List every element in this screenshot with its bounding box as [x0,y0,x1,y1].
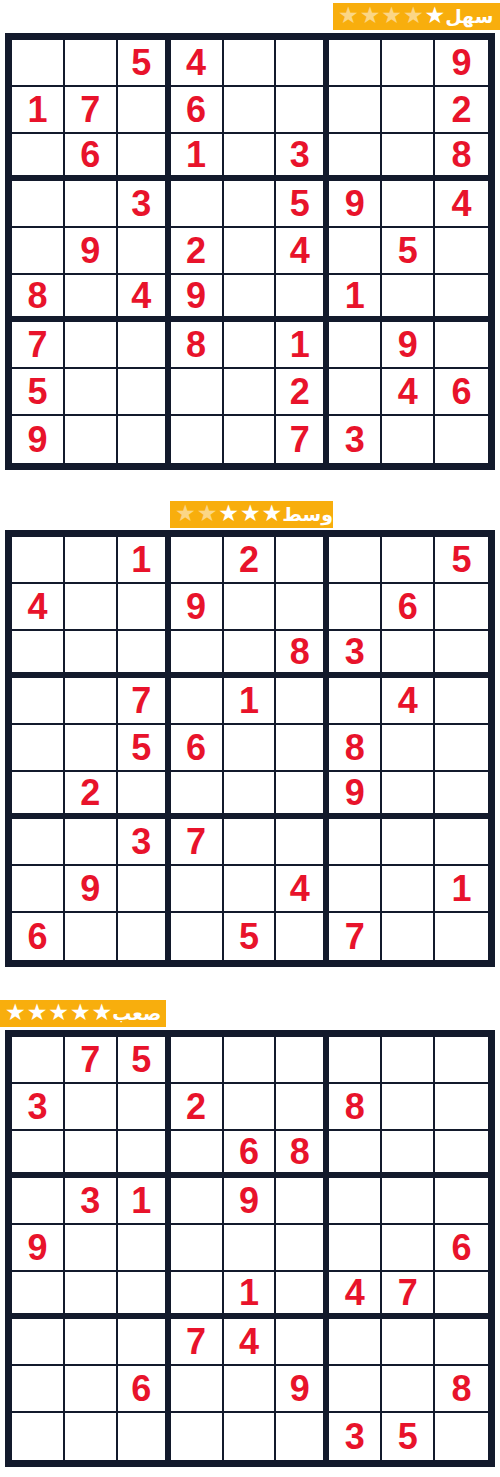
sudoku-cell-r2c9[interactable]: 2 [435,87,488,134]
sudoku-cell-r7c3[interactable] [118,322,171,369]
sudoku-cell-r3c2[interactable]: 6 [65,134,118,181]
sudoku-cell-r3c8[interactable] [382,631,435,678]
star-filled-icon: ★ [218,502,239,525]
sudoku-cell-r2c2[interactable] [65,584,118,631]
sudoku-cell-r9c8[interactable] [382,913,435,960]
sudoku-cell-r5c3[interactable]: 5 [118,725,171,772]
sudoku-cell-r2c6[interactable] [276,584,329,631]
sudoku-cell-r5c7[interactable]: 8 [329,725,382,772]
star-empty-icon: ★ [403,4,424,27]
star-filled-icon: ★ [240,502,261,525]
sudoku-cell-r5c3[interactable] [118,1225,171,1272]
sudoku-cell-r6c5[interactable] [224,772,277,819]
sudoku-cell-r2c8[interactable]: 6 [382,584,435,631]
sudoku-cell-r4c5[interactable]: 9 [224,1178,277,1225]
sudoku-cell-r6c6[interactable] [276,275,329,322]
sudoku-cell-r4c5[interactable]: 1 [224,678,277,725]
sudoku-cell-r9c9[interactable] [435,1413,488,1460]
sudoku-cell-r1c1[interactable] [12,40,65,87]
sudoku-cell-r7c4[interactable]: 8 [171,322,224,369]
sudoku-cell-r3c4[interactable]: 1 [171,134,224,181]
sudoku-cell-r9c5[interactable]: 5 [224,913,277,960]
sudoku-cell-r5c4[interactable]: 6 [171,725,224,772]
sudoku-cell-r2c4[interactable]: 9 [171,584,224,631]
sudoku-cell-r4c2[interactable] [65,678,118,725]
star-empty-icon: ★ [175,502,196,525]
sudoku-cell-r6c7[interactable]: 1 [329,275,382,322]
sudoku-cell-r9c6[interactable] [276,913,329,960]
sudoku-cell-r7c1[interactable] [12,819,65,866]
sudoku-cell-r5c1[interactable]: 9 [12,1225,65,1272]
sudoku-cell-r3c1[interactable] [12,631,65,678]
sudoku-cell-r6c1[interactable] [12,772,65,819]
sudoku-cell-r6c6[interactable] [276,772,329,819]
sudoku-cell-r5c2[interactable] [65,725,118,772]
sudoku-cell-r9c6[interactable] [276,1413,329,1460]
sudoku-cell-r8c8[interactable]: 4 [382,369,435,416]
sudoku-cell-r5c8[interactable] [382,725,435,772]
star-filled-icon: ★ [425,4,446,27]
sudoku-cell-r1c3[interactable]: 1 [118,537,171,584]
sudoku-cell-r2c6[interactable] [276,87,329,134]
sudoku-cell-r2c5[interactable] [224,87,277,134]
sudoku-cell-r8c6[interactable]: 2 [276,369,329,416]
sudoku-cell-r3c1[interactable] [12,1131,65,1178]
sudoku-cell-r5c1[interactable] [12,228,65,275]
difficulty-banner-hard: ★★★★★ صعب [0,1000,166,1027]
sudoku-cell-r9c2[interactable] [65,416,118,463]
star-empty-icon: ★ [381,4,402,27]
sudoku-cell-r8c5[interactable] [224,1366,277,1413]
sudoku-cell-r5c6[interactable] [276,1225,329,1272]
star-filled-icon: ★ [92,1001,113,1024]
sudoku-cell-r1c5[interactable] [224,1037,277,1084]
difficulty-banner-easy: ★★★★★ سهل [333,3,500,30]
sudoku-cell-r9c8[interactable]: 5 [382,1413,435,1460]
sudoku-cell-r2c1[interactable]: 3 [12,1084,65,1131]
sudoku-cell-r8c9[interactable]: 8 [435,1366,488,1413]
sudoku-cell-r8c5[interactable] [224,866,277,913]
sudoku-cell-r8c2[interactable] [65,1366,118,1413]
sudoku-cell-r6c4[interactable] [171,1272,224,1319]
sudoku-cell-r6c4[interactable] [171,772,224,819]
sudoku-cell-r3c7[interactable]: 3 [329,631,382,678]
sudoku-cell-r3c3[interactable] [118,631,171,678]
sudoku-cell-r2c9[interactable] [435,584,488,631]
sudoku-cell-r2c5[interactable] [224,584,277,631]
sudoku-cell-r1c6[interactable] [276,537,329,584]
sudoku-cell-r7c4[interactable]: 7 [171,819,224,866]
sudoku-cell-r5c7[interactable] [329,228,382,275]
star-empty-icon: ★ [360,4,381,27]
sudoku-cell-r1c3[interactable]: 5 [118,1037,171,1084]
sudoku-cell-r1c6[interactable] [276,1037,329,1084]
sudoku-cell-r6c1[interactable] [12,1272,65,1319]
sudoku-cell-r9c9[interactable] [435,913,488,960]
sudoku-cell-r6c3[interactable] [118,772,171,819]
sudoku-cell-r1c3[interactable]: 5 [118,40,171,87]
sudoku-cell-r3c3[interactable] [118,1131,171,1178]
sudoku-cell-r9c6[interactable]: 7 [276,416,329,463]
sudoku-cell-r1c8[interactable] [382,40,435,87]
sudoku-cell-r5c8[interactable] [382,1225,435,1272]
sudoku-cell-r3c4[interactable] [171,631,224,678]
sudoku-cell-r7c8[interactable] [382,1319,435,1366]
sudoku-cell-r3c6[interactable]: 3 [276,134,329,181]
sudoku-cell-r7c2[interactable] [65,1319,118,1366]
star-rating: ★★★★★ [175,503,282,526]
difficulty-label: وسط [282,505,333,524]
sudoku-cell-r7c8[interactable] [382,819,435,866]
sudoku-cell-r2c7[interactable] [329,87,382,134]
sudoku-cell-r5c5[interactable] [224,725,277,772]
star-filled-icon: ★ [27,1001,48,1024]
sudoku-cell-r3c9[interactable] [435,631,488,678]
sudoku-cell-r3c7[interactable] [329,1131,382,1178]
sudoku-cell-r7c9[interactable] [435,322,488,369]
sudoku-grid-easy: 5491762613835949245849178195246973 [5,33,495,470]
sudoku-cell-r4c9[interactable] [435,1178,488,1225]
sudoku-cell-r7c6[interactable] [276,819,329,866]
sudoku-cell-r6c9[interactable] [435,1272,488,1319]
sudoku-cell-r9c2[interactable] [65,1413,118,1460]
sudoku-cell-r8c1[interactable] [12,1366,65,1413]
sudoku-cell-r8c6[interactable]: 4 [276,866,329,913]
sudoku-cell-r4c6[interactable] [276,678,329,725]
star-filled-icon: ★ [70,1001,91,1024]
sudoku-cell-r6c3[interactable]: 4 [118,275,171,322]
sudoku-cell-r3c7[interactable] [329,134,382,181]
sudoku-cell-r1c8[interactable] [382,537,435,584]
sudoku-cell-r9c1[interactable]: 9 [12,416,65,463]
sudoku-cell-r9c7[interactable]: 3 [329,416,382,463]
sudoku-cell-r5c5[interactable] [224,228,277,275]
sudoku-sheet: ★★★★★ سهل 549176261383594924584917819524… [0,0,500,1477]
sudoku-cell-r8c9[interactable]: 6 [435,369,488,416]
sudoku-cell-r9c5[interactable] [224,416,277,463]
sudoku-cell-r2c7[interactable]: 8 [329,1084,382,1131]
sudoku-cell-r3c6[interactable]: 8 [276,631,329,678]
sudoku-cell-r1c4[interactable] [171,537,224,584]
sudoku-cell-r6c8[interactable]: 7 [382,1272,435,1319]
difficulty-banner-medium: ★★★★★ وسط [170,501,333,528]
sudoku-cell-r6c9[interactable] [435,275,488,322]
sudoku-cell-r9c8[interactable] [382,416,435,463]
sudoku-cell-r8c5[interactable] [224,369,277,416]
sudoku-cell-r8c6[interactable]: 9 [276,1366,329,1413]
sudoku-cell-r2c5[interactable] [224,1084,277,1131]
sudoku-cell-r5c9[interactable] [435,725,488,772]
sudoku-cell-r4c8[interactable]: 4 [382,678,435,725]
sudoku-cell-r2c3[interactable] [118,87,171,134]
sudoku-cell-r1c1[interactable] [12,537,65,584]
sudoku-grid-hard: 7532868319961477469835 [5,1030,495,1467]
sudoku-grid-medium: 125496837145682937941657 [5,530,495,967]
difficulty-label: صعب [112,1004,161,1023]
sudoku-cell-r8c7[interactable] [329,369,382,416]
sudoku-cell-r5c6[interactable] [276,725,329,772]
sudoku-cell-r6c8[interactable] [382,772,435,819]
star-empty-icon: ★ [197,502,218,525]
sudoku-cell-r1c7[interactable] [329,537,382,584]
sudoku-cell-r6c5[interactable]: 1 [224,1272,277,1319]
sudoku-cell-r4c4[interactable] [171,181,224,228]
sudoku-cell-r4c4[interactable] [171,678,224,725]
sudoku-cell-r1c2[interactable]: 7 [65,1037,118,1084]
sudoku-cell-r9c1[interactable] [12,1413,65,1460]
sudoku-cell-r4c2[interactable]: 3 [65,1178,118,1225]
sudoku-cell-r4c9[interactable]: 4 [435,181,488,228]
sudoku-cell-r4c1[interactable] [12,1178,65,1225]
sudoku-cell-r7c6[interactable]: 1 [276,322,329,369]
sudoku-cell-r2c7[interactable] [329,584,382,631]
sudoku-cell-r4c6[interactable] [276,1178,329,1225]
sudoku-cell-r8c3[interactable]: 6 [118,1366,171,1413]
sudoku-cell-r7c7[interactable] [329,322,382,369]
sudoku-cell-r3c5[interactable]: 6 [224,1131,277,1178]
sudoku-cell-r8c1[interactable]: 5 [12,369,65,416]
sudoku-cell-r1c9[interactable]: 9 [435,40,488,87]
sudoku-cell-r6c1[interactable]: 8 [12,275,65,322]
star-rating: ★★★★★ [338,5,445,28]
sudoku-cell-r5c5[interactable] [224,1225,277,1272]
sudoku-cell-r3c8[interactable] [382,1131,435,1178]
sudoku-cell-r4c9[interactable] [435,678,488,725]
sudoku-cell-r5c7[interactable] [329,1225,382,1272]
sudoku-cell-r7c2[interactable] [65,819,118,866]
star-filled-icon: ★ [262,502,283,525]
sudoku-cell-r8c2[interactable]: 9 [65,866,118,913]
sudoku-cell-r6c4[interactable]: 9 [171,275,224,322]
sudoku-cell-r4c7[interactable] [329,678,382,725]
sudoku-cell-r4c2[interactable] [65,181,118,228]
sudoku-cell-r6c9[interactable] [435,772,488,819]
sudoku-cell-r2c1[interactable]: 4 [12,584,65,631]
sudoku-cell-r4c3[interactable]: 1 [118,1178,171,1225]
sudoku-cell-r6c2[interactable]: 2 [65,772,118,819]
sudoku-cell-r4c6[interactable]: 5 [276,181,329,228]
sudoku-cell-r5c4[interactable]: 2 [171,228,224,275]
sudoku-cell-r3c3[interactable] [118,134,171,181]
sudoku-cell-r2c6[interactable] [276,1084,329,1131]
sudoku-cell-r6c6[interactable] [276,1272,329,1319]
sudoku-cell-r3c2[interactable] [65,631,118,678]
sudoku-cell-r3c5[interactable] [224,134,277,181]
sudoku-cell-r2c1[interactable]: 1 [12,87,65,134]
sudoku-cell-r7c5[interactable] [224,322,277,369]
sudoku-cell-r3c9[interactable] [435,1131,488,1178]
sudoku-cell-r1c9[interactable] [435,1037,488,1084]
sudoku-cell-r8c3[interactable] [118,369,171,416]
sudoku-cell-r7c1[interactable]: 7 [12,322,65,369]
sudoku-cell-r3c2[interactable] [65,1131,118,1178]
sudoku-cell-r7c3[interactable]: 3 [118,819,171,866]
sudoku-cell-r5c2[interactable] [65,1225,118,1272]
sudoku-cell-r6c3[interactable] [118,1272,171,1319]
sudoku-cell-r4c7[interactable]: 9 [329,181,382,228]
sudoku-cell-r1c4[interactable] [171,1037,224,1084]
sudoku-cell-r5c6[interactable]: 4 [276,228,329,275]
sudoku-cell-r7c2[interactable] [65,322,118,369]
sudoku-cell-r2c2[interactable] [65,1084,118,1131]
sudoku-cell-r4c7[interactable] [329,1178,382,1225]
sudoku-cell-r6c7[interactable]: 4 [329,1272,382,1319]
sudoku-cell-r7c7[interactable] [329,1319,382,1366]
sudoku-cell-r6c2[interactable] [65,1272,118,1319]
sudoku-cell-r3c4[interactable] [171,1131,224,1178]
sudoku-cell-r6c5[interactable] [224,275,277,322]
sudoku-cell-r1c2[interactable] [65,537,118,584]
sudoku-cell-r7c7[interactable] [329,819,382,866]
difficulty-label: سهل [445,7,493,26]
sudoku-cell-r3c5[interactable] [224,631,277,678]
sudoku-cell-r7c1[interactable] [12,1319,65,1366]
sudoku-cell-r4c1[interactable] [12,678,65,725]
sudoku-cell-r5c2[interactable]: 9 [65,228,118,275]
sudoku-cell-r2c4[interactable]: 2 [171,1084,224,1131]
sudoku-cell-r9c4[interactable] [171,913,224,960]
sudoku-cell-r3c9[interactable]: 8 [435,134,488,181]
sudoku-cell-r1c6[interactable] [276,40,329,87]
sudoku-cell-r5c1[interactable] [12,725,65,772]
sudoku-cell-r7c9[interactable] [435,1319,488,1366]
sudoku-cell-r5c4[interactable] [171,1225,224,1272]
star-rating: ★★★★★ [5,1002,112,1025]
sudoku-cell-r7c5[interactable]: 4 [224,1319,277,1366]
sudoku-cell-r6c8[interactable] [382,275,435,322]
sudoku-cell-r9c3[interactable] [118,1413,171,1460]
sudoku-cell-r4c3[interactable]: 7 [118,678,171,725]
sudoku-cell-r9c4[interactable] [171,1413,224,1460]
sudoku-cell-r6c7[interactable]: 9 [329,772,382,819]
sudoku-cell-r2c8[interactable] [382,87,435,134]
sudoku-cell-r2c9[interactable] [435,1084,488,1131]
sudoku-cell-r9c7[interactable]: 7 [329,913,382,960]
sudoku-cell-r7c3[interactable] [118,1319,171,1366]
sudoku-cell-r1c4[interactable]: 4 [171,40,224,87]
sudoku-cell-r8c4[interactable] [171,1366,224,1413]
sudoku-cell-r3c6[interactable]: 8 [276,1131,329,1178]
sudoku-cell-r9c9[interactable] [435,416,488,463]
sudoku-cell-r9c3[interactable] [118,913,171,960]
sudoku-cell-r8c4[interactable] [171,369,224,416]
sudoku-cell-r7c4[interactable]: 7 [171,1319,224,1366]
sudoku-cell-r3c1[interactable] [12,134,65,181]
sudoku-cell-r4c8[interactable] [382,181,435,228]
sudoku-cell-r8c4[interactable] [171,866,224,913]
sudoku-cell-r9c2[interactable] [65,913,118,960]
sudoku-cell-r8c8[interactable] [382,866,435,913]
sudoku-cell-r4c5[interactable] [224,181,277,228]
sudoku-cell-r7c5[interactable] [224,819,277,866]
sudoku-cell-r3c8[interactable] [382,134,435,181]
star-filled-icon: ★ [5,1001,26,1024]
sudoku-cell-r8c7[interactable] [329,1366,382,1413]
sudoku-cell-r1c7[interactable] [329,1037,382,1084]
sudoku-cell-r4c1[interactable] [12,181,65,228]
sudoku-cell-r8c3[interactable] [118,866,171,913]
sudoku-cell-r5c9[interactable] [435,228,488,275]
sudoku-cell-r5c9[interactable]: 6 [435,1225,488,1272]
sudoku-cell-r1c5[interactable] [224,40,277,87]
sudoku-cell-r2c3[interactable] [118,1084,171,1131]
sudoku-cell-r8c9[interactable]: 1 [435,866,488,913]
sudoku-cell-r2c3[interactable] [118,584,171,631]
sudoku-cell-r8c7[interactable] [329,866,382,913]
sudoku-cell-r9c7[interactable]: 3 [329,1413,382,1460]
sudoku-cell-r2c2[interactable]: 7 [65,87,118,134]
sudoku-cell-r5c8[interactable]: 5 [382,228,435,275]
sudoku-cell-r8c8[interactable] [382,1366,435,1413]
sudoku-cell-r2c4[interactable]: 6 [171,87,224,134]
sudoku-cell-r8c2[interactable] [65,369,118,416]
sudoku-cell-r9c3[interactable] [118,416,171,463]
sudoku-cell-r1c7[interactable] [329,40,382,87]
sudoku-cell-r7c6[interactable] [276,1319,329,1366]
sudoku-cell-r1c1[interactable] [12,1037,65,1084]
sudoku-cell-r8c1[interactable] [12,866,65,913]
sudoku-cell-r1c5[interactable]: 2 [224,537,277,584]
sudoku-cell-r1c8[interactable] [382,1037,435,1084]
sudoku-cell-r1c2[interactable] [65,40,118,87]
sudoku-cell-r7c8[interactable]: 9 [382,322,435,369]
sudoku-cell-r6c2[interactable] [65,275,118,322]
sudoku-cell-r9c5[interactable] [224,1413,277,1460]
sudoku-cell-r1c9[interactable]: 5 [435,537,488,584]
sudoku-cell-r4c8[interactable] [382,1178,435,1225]
sudoku-cell-r4c3[interactable]: 3 [118,181,171,228]
sudoku-cell-r7c9[interactable] [435,819,488,866]
sudoku-cell-r9c1[interactable]: 6 [12,913,65,960]
sudoku-cell-r9c4[interactable] [171,416,224,463]
sudoku-cell-r4c4[interactable] [171,1178,224,1225]
star-empty-icon: ★ [338,4,359,27]
sudoku-cell-r5c3[interactable] [118,228,171,275]
sudoku-cell-r2c8[interactable] [382,1084,435,1131]
star-filled-icon: ★ [48,1001,69,1024]
